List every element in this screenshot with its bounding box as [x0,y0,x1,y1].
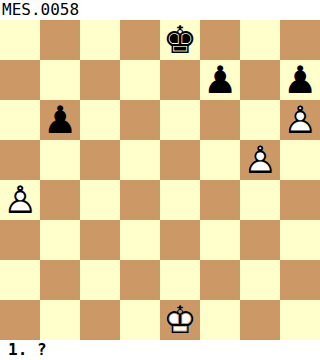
square-e5[interactable] [160,140,200,180]
white-pawn[interactable]: ♟♙ [280,100,320,140]
square-g2[interactable] [240,260,280,300]
square-a2[interactable] [0,260,40,300]
white-king[interactable]: ♚♔ [160,300,200,340]
black-pawn-glyph: ♟ [280,60,320,100]
square-d3[interactable] [120,220,160,260]
square-b6[interactable]: ♟ [40,100,80,140]
square-a5[interactable] [0,140,40,180]
square-b1[interactable] [40,300,80,340]
square-h5[interactable] [280,140,320,180]
square-g8[interactable] [240,20,280,60]
square-h1[interactable] [280,300,320,340]
square-e4[interactable] [160,180,200,220]
square-e1[interactable]: ♚♔ [160,300,200,340]
square-h8[interactable] [280,20,320,60]
square-d7[interactable] [120,60,160,100]
square-g1[interactable] [240,300,280,340]
header-bar: MES.0058 [0,0,320,20]
square-a6[interactable] [0,100,40,140]
square-b7[interactable] [40,60,80,100]
black-pawn[interactable]: ♟ [280,60,320,100]
square-c8[interactable] [80,20,120,60]
square-f5[interactable] [200,140,240,180]
square-e3[interactable] [160,220,200,260]
square-c7[interactable] [80,60,120,100]
square-a8[interactable] [0,20,40,60]
square-c5[interactable] [80,140,120,180]
square-h7[interactable]: ♟ [280,60,320,100]
white-pawn-outline: ♙ [280,100,320,140]
square-c3[interactable] [80,220,120,260]
square-g4[interactable] [240,180,280,220]
square-b4[interactable] [40,180,80,220]
square-d6[interactable] [120,100,160,140]
square-c1[interactable] [80,300,120,340]
square-d4[interactable] [120,180,160,220]
square-g6[interactable] [240,100,280,140]
black-king[interactable]: ♚ [160,20,200,60]
square-g5[interactable]: ♟♙ [240,140,280,180]
square-d2[interactable] [120,260,160,300]
square-c2[interactable] [80,260,120,300]
white-pawn[interactable]: ♟♙ [0,180,40,220]
square-g7[interactable] [240,60,280,100]
square-g3[interactable] [240,220,280,260]
white-pawn-outline: ♙ [240,140,280,180]
square-b3[interactable] [40,220,80,260]
square-f4[interactable] [200,180,240,220]
square-f8[interactable] [200,20,240,60]
square-f1[interactable] [200,300,240,340]
square-h2[interactable] [280,260,320,300]
chess-board: ♚♟♟♟♟♙♟♙♟♙♚♔ [0,20,320,340]
square-b8[interactable] [40,20,80,60]
square-d5[interactable] [120,140,160,180]
square-f6[interactable] [200,100,240,140]
square-e2[interactable] [160,260,200,300]
square-f3[interactable] [200,220,240,260]
square-e8[interactable]: ♚ [160,20,200,60]
square-a3[interactable] [0,220,40,260]
black-pawn-glyph: ♟ [200,60,240,100]
white-pawn[interactable]: ♟♙ [240,140,280,180]
square-h4[interactable] [280,180,320,220]
square-e6[interactable] [160,100,200,140]
square-b5[interactable] [40,140,80,180]
square-e7[interactable] [160,60,200,100]
square-d8[interactable] [120,20,160,60]
square-d1[interactable] [120,300,160,340]
square-c6[interactable] [80,100,120,140]
black-pawn[interactable]: ♟ [200,60,240,100]
black-pawn[interactable]: ♟ [40,100,80,140]
black-king-glyph: ♚ [160,20,200,60]
square-h6[interactable]: ♟♙ [280,100,320,140]
square-a4[interactable]: ♟♙ [0,180,40,220]
chess-puzzle-window: MES.0058 ♚♟♟♟♟♙♟♙♟♙♚♔ 1. ? [0,0,320,360]
square-h3[interactable] [280,220,320,260]
square-f7[interactable]: ♟ [200,60,240,100]
white-king-outline: ♔ [160,300,200,340]
square-f2[interactable] [200,260,240,300]
square-a1[interactable] [0,300,40,340]
black-pawn-glyph: ♟ [40,100,80,140]
white-pawn-outline: ♙ [0,180,40,220]
puzzle-id: MES.0058 [2,0,79,19]
square-c4[interactable] [80,180,120,220]
square-b2[interactable] [40,260,80,300]
move-prompt: 1. ? [8,340,47,359]
footer-bar: 1. ? [0,340,320,360]
square-a7[interactable] [0,60,40,100]
